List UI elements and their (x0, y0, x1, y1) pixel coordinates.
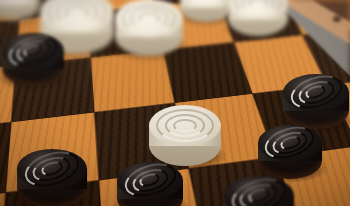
black-checker-top: ⛂ (117, 162, 183, 200)
black-checker-top: ⛂ (2, 33, 64, 68)
black-front-center-piece: ⛂ (117, 162, 183, 206)
black-left-piece: ⛂ (2, 33, 64, 90)
pieces-layer: ⛀⛀⛀⛀⛀⛂⛂⛀⛂⛂⛂⛂ (0, 0, 350, 206)
white-far-left-piece: ⛀ (0, 0, 40, 24)
black-checker-top: ⛂ (224, 176, 294, 206)
white-back-2-piece: ⛀ (115, 0, 183, 61)
black-front-left-piece: ⛂ (17, 149, 87, 206)
black-checker-top: ⛂ (17, 149, 87, 189)
black-front-right-piece: ⛂ (224, 176, 294, 206)
white-checker-top: ⛀ (115, 0, 183, 38)
checkers-photo-scene: ⛀⛀⛀⛀⛀⛂⛂⛀⛂⛂⛂⛂ (0, 0, 350, 206)
black-checker-top: ⛂ (258, 125, 322, 162)
white-back-4-piece: ⛀ (228, 0, 288, 41)
checker-groove-ring (65, 5, 89, 19)
black-checker-top: ⛂ (283, 74, 349, 112)
checker-groove-ring (173, 119, 196, 132)
checker-groove-ring (0, 0, 35, 3)
white-checker-top: ⛀ (149, 105, 221, 146)
black-right-front-piece: ⛂ (258, 125, 322, 184)
